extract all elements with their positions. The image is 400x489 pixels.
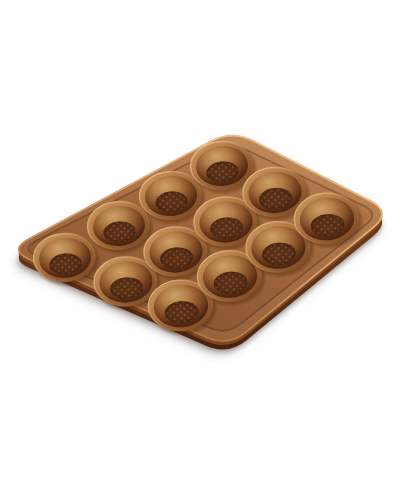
muffin-pan-illustration — [0, 0, 400, 489]
product-photo — [0, 0, 400, 489]
